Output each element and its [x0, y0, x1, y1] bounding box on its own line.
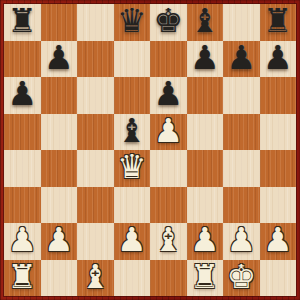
chess-board-frame: ♜♛♚♝♜♟♟♟♟♟♟♝♟♛♟♟♟♝♟♟♟♜♝♜♚ — [0, 0, 300, 300]
square-h2[interactable]: ♟ — [260, 223, 297, 260]
piece-white-rook[interactable]: ♜ — [7, 260, 37, 295]
square-b2[interactable]: ♟ — [41, 223, 78, 260]
piece-white-pawn[interactable]: ♟ — [226, 223, 256, 258]
piece-white-pawn[interactable]: ♟ — [7, 223, 37, 258]
square-g4[interactable] — [223, 150, 260, 187]
piece-white-queen[interactable]: ♛ — [117, 150, 147, 185]
piece-black-bishop[interactable]: ♝ — [117, 114, 147, 149]
square-a3[interactable] — [4, 187, 41, 224]
piece-black-king[interactable]: ♚ — [153, 4, 183, 39]
square-f7[interactable]: ♟ — [187, 41, 224, 78]
square-d8[interactable]: ♛ — [114, 4, 151, 41]
square-d1[interactable] — [114, 260, 151, 297]
square-g7[interactable]: ♟ — [223, 41, 260, 78]
square-d3[interactable] — [114, 187, 151, 224]
square-f3[interactable] — [187, 187, 224, 224]
square-a4[interactable] — [4, 150, 41, 187]
square-c5[interactable] — [77, 114, 114, 151]
square-b3[interactable] — [41, 187, 78, 224]
piece-white-rook[interactable]: ♜ — [190, 260, 220, 295]
chess-board: ♜♛♚♝♜♟♟♟♟♟♟♝♟♛♟♟♟♝♟♟♟♜♝♜♚ — [4, 4, 296, 296]
square-g3[interactable] — [223, 187, 260, 224]
piece-black-rook[interactable]: ♜ — [7, 4, 37, 39]
square-f6[interactable] — [187, 77, 224, 114]
piece-black-bishop[interactable]: ♝ — [190, 4, 220, 39]
square-h6[interactable] — [260, 77, 297, 114]
square-e6[interactable]: ♟ — [150, 77, 187, 114]
square-a6[interactable]: ♟ — [4, 77, 41, 114]
square-h5[interactable] — [260, 114, 297, 151]
square-e3[interactable] — [150, 187, 187, 224]
square-c7[interactable] — [77, 41, 114, 78]
square-e8[interactable]: ♚ — [150, 4, 187, 41]
square-b1[interactable] — [41, 260, 78, 297]
square-h7[interactable]: ♟ — [260, 41, 297, 78]
square-h4[interactable] — [260, 150, 297, 187]
square-e1[interactable] — [150, 260, 187, 297]
piece-black-pawn[interactable]: ♟ — [153, 77, 183, 112]
square-e4[interactable] — [150, 150, 187, 187]
square-g2[interactable]: ♟ — [223, 223, 260, 260]
square-h1[interactable] — [260, 260, 297, 297]
square-d7[interactable] — [114, 41, 151, 78]
square-f8[interactable]: ♝ — [187, 4, 224, 41]
square-f2[interactable]: ♟ — [187, 223, 224, 260]
square-h3[interactable] — [260, 187, 297, 224]
square-f5[interactable] — [187, 114, 224, 151]
piece-black-pawn[interactable]: ♟ — [226, 41, 256, 76]
square-b7[interactable]: ♟ — [41, 41, 78, 78]
square-e7[interactable] — [150, 41, 187, 78]
square-b4[interactable] — [41, 150, 78, 187]
square-f1[interactable]: ♜ — [187, 260, 224, 297]
piece-white-pawn[interactable]: ♟ — [190, 223, 220, 258]
square-c2[interactable] — [77, 223, 114, 260]
square-c4[interactable] — [77, 150, 114, 187]
square-a7[interactable] — [4, 41, 41, 78]
piece-black-pawn[interactable]: ♟ — [190, 41, 220, 76]
square-c3[interactable] — [77, 187, 114, 224]
square-c8[interactable] — [77, 4, 114, 41]
square-g1[interactable]: ♚ — [223, 260, 260, 297]
square-b5[interactable] — [41, 114, 78, 151]
square-h8[interactable]: ♜ — [260, 4, 297, 41]
piece-white-pawn[interactable]: ♟ — [263, 223, 293, 258]
piece-black-pawn[interactable]: ♟ — [7, 77, 37, 112]
square-a8[interactable]: ♜ — [4, 4, 41, 41]
piece-white-pawn[interactable]: ♟ — [117, 223, 147, 258]
piece-black-pawn[interactable]: ♟ — [263, 41, 293, 76]
piece-white-bishop[interactable]: ♝ — [153, 223, 183, 258]
piece-white-bishop[interactable]: ♝ — [80, 260, 110, 295]
piece-white-pawn[interactable]: ♟ — [153, 114, 183, 149]
square-c1[interactable]: ♝ — [77, 260, 114, 297]
square-e5[interactable]: ♟ — [150, 114, 187, 151]
square-g6[interactable] — [223, 77, 260, 114]
square-d6[interactable] — [114, 77, 151, 114]
square-f4[interactable] — [187, 150, 224, 187]
square-d4[interactable]: ♛ — [114, 150, 151, 187]
square-a2[interactable]: ♟ — [4, 223, 41, 260]
piece-black-pawn[interactable]: ♟ — [44, 41, 74, 76]
square-g5[interactable] — [223, 114, 260, 151]
piece-black-rook[interactable]: ♜ — [263, 4, 293, 39]
square-d5[interactable]: ♝ — [114, 114, 151, 151]
square-d2[interactable]: ♟ — [114, 223, 151, 260]
square-b8[interactable] — [41, 4, 78, 41]
square-b6[interactable] — [41, 77, 78, 114]
square-a1[interactable]: ♜ — [4, 260, 41, 297]
piece-white-pawn[interactable]: ♟ — [44, 223, 74, 258]
square-e2[interactable]: ♝ — [150, 223, 187, 260]
piece-black-queen[interactable]: ♛ — [117, 4, 147, 39]
square-g8[interactable] — [223, 4, 260, 41]
piece-white-king[interactable]: ♚ — [226, 260, 256, 295]
square-a5[interactable] — [4, 114, 41, 151]
square-c6[interactable] — [77, 77, 114, 114]
